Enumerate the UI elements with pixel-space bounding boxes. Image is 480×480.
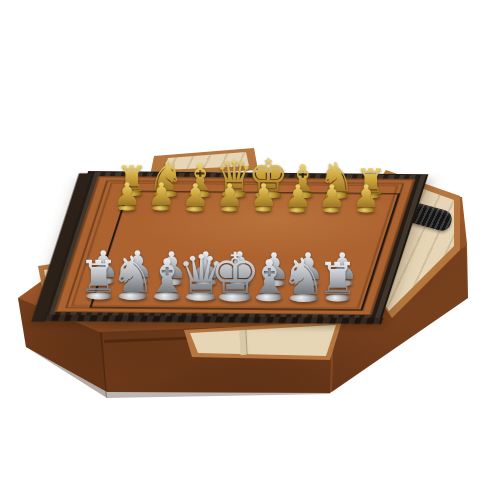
compartment-divider (239, 330, 246, 355)
product-photo: ♜♞♝♛♚♝♞♜♟♟♟♟♟♟♟♟♟♟♟♟♟♟♟♟♜♞♝♛♚♝♞♜ (0, 0, 480, 480)
board-tooled-border (54, 176, 415, 315)
board-grid (89, 191, 400, 311)
chess-board (44, 172, 426, 319)
